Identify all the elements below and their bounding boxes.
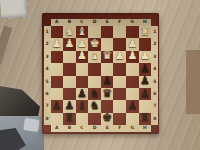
square — [76, 113, 89, 125]
square — [63, 76, 76, 88]
white-pawn-piece: ♟ — [127, 50, 137, 61]
black-rook-piece: ♜ — [140, 112, 150, 123]
black-pawn-piece: ♟ — [77, 87, 87, 98]
rank-label: 3 — [151, 51, 158, 63]
file-label: F — [113, 19, 126, 26]
square: ♟ — [51, 100, 64, 112]
square — [113, 88, 126, 100]
square: ♝ — [88, 51, 101, 63]
white-bishop-piece: ♝ — [77, 25, 87, 36]
square: ♟ — [139, 88, 152, 100]
square: ♜ — [63, 113, 76, 125]
square — [63, 51, 76, 63]
file-label: A — [51, 125, 64, 132]
square: ♛ — [101, 88, 114, 100]
black-knight-piece: ♞ — [90, 87, 100, 98]
square — [113, 100, 126, 112]
rank-label: 7 — [151, 100, 158, 112]
black-pawn-piece: ♟ — [140, 87, 150, 98]
file-label: E — [101, 19, 114, 26]
square — [126, 113, 139, 125]
square: ♛ — [101, 51, 114, 63]
black-bishop-piece: ♝ — [77, 100, 87, 111]
black-king-piece: ♚ — [102, 112, 112, 123]
rank-label: 6 — [151, 88, 158, 100]
black-pawn-piece: ♟ — [102, 75, 112, 86]
white-queen-piece: ♛ — [102, 50, 112, 61]
rank-label: 2 — [44, 38, 51, 50]
black-rook-piece: ♜ — [64, 112, 74, 123]
rank-label: 1 — [44, 26, 51, 38]
white-pawn-piece: ♟ — [64, 38, 74, 49]
square — [126, 63, 139, 75]
table-corner-object — [0, 0, 28, 19]
black-pawn-piece: ♟ — [140, 75, 150, 86]
board-squares: ♞♝♜♟♟♟♚♟♟♝♛♟♟♟♟♟♟♟♞♛♟♟♟♝♞♟♜♚♜ — [51, 26, 152, 125]
square: ♟ — [126, 100, 139, 112]
rank-label: 4 — [151, 63, 158, 75]
chess-board: ABCDEFGH ABCDEFGH 12345678 12345678 ♞♝♜♟… — [42, 13, 159, 134]
square: ♜ — [139, 113, 152, 125]
square: ♝ — [76, 100, 89, 112]
rank-label: 6 — [44, 88, 51, 100]
rank-label: 5 — [44, 76, 51, 88]
white-pawn-piece: ♟ — [140, 50, 150, 61]
rank-label: 2 — [151, 38, 158, 50]
white-pawn-piece: ♟ — [115, 50, 125, 61]
square: ♜ — [139, 26, 152, 38]
rank-label: 8 — [151, 113, 158, 125]
white-pawn-piece: ♟ — [52, 38, 62, 49]
black-pawn-piece: ♟ — [140, 62, 150, 73]
square — [76, 63, 89, 75]
square: ♚ — [101, 113, 114, 125]
white-knight-piece: ♞ — [64, 25, 74, 36]
file-label: D — [88, 125, 101, 132]
square — [63, 63, 76, 75]
square: ♟ — [126, 51, 139, 63]
rank-label: 5 — [151, 76, 158, 88]
file-label: D — [88, 19, 101, 26]
file-label: A — [51, 19, 64, 26]
white-pawn-piece: ♟ — [77, 38, 87, 49]
white-bishop-piece: ♝ — [90, 50, 100, 61]
white-pawn-piece: ♟ — [77, 50, 87, 61]
file-label: H — [139, 125, 152, 132]
white-king-piece: ♚ — [90, 38, 100, 49]
rank-label: 1 — [151, 26, 158, 38]
file-label: G — [126, 125, 139, 132]
rank-label: 7 — [44, 100, 51, 112]
square — [51, 63, 64, 75]
rank-label: 3 — [44, 51, 51, 63]
file-label: E — [101, 125, 114, 132]
file-label: B — [63, 125, 76, 132]
white-pawn-piece: ♟ — [127, 38, 137, 49]
black-queen-piece: ♛ — [102, 87, 112, 98]
file-label: F — [113, 125, 126, 132]
rank-label: 4 — [44, 63, 51, 75]
white-rook-piece: ♜ — [140, 25, 150, 36]
square: ♟ — [113, 51, 126, 63]
square — [88, 63, 101, 75]
square — [113, 76, 126, 88]
black-pawn-piece: ♟ — [52, 100, 62, 111]
square — [113, 26, 126, 38]
black-pawn-piece: ♟ — [64, 100, 74, 111]
rank-labels-right: 12345678 — [151, 26, 158, 125]
file-label: C — [76, 125, 89, 132]
square — [113, 113, 126, 125]
rank-label: 8 — [44, 113, 51, 125]
square — [101, 26, 114, 38]
square — [126, 76, 139, 88]
square — [88, 113, 101, 125]
square — [51, 76, 64, 88]
square: ♟ — [51, 38, 64, 50]
file-labels-bottom: ABCDEFGH — [51, 125, 152, 132]
square: ♟ — [63, 38, 76, 50]
square: ♞ — [88, 100, 101, 112]
rank-labels-left: 12345678 — [44, 26, 51, 125]
black-knight-piece: ♞ — [90, 100, 100, 111]
square — [51, 51, 64, 63]
square — [113, 63, 126, 75]
floor-highlight — [23, 118, 40, 132]
file-label: G — [126, 19, 139, 26]
square: ♟ — [76, 51, 89, 63]
wood-shade-band — [186, 50, 200, 114]
black-pawn-piece: ♟ — [127, 100, 137, 111]
square — [51, 113, 64, 125]
